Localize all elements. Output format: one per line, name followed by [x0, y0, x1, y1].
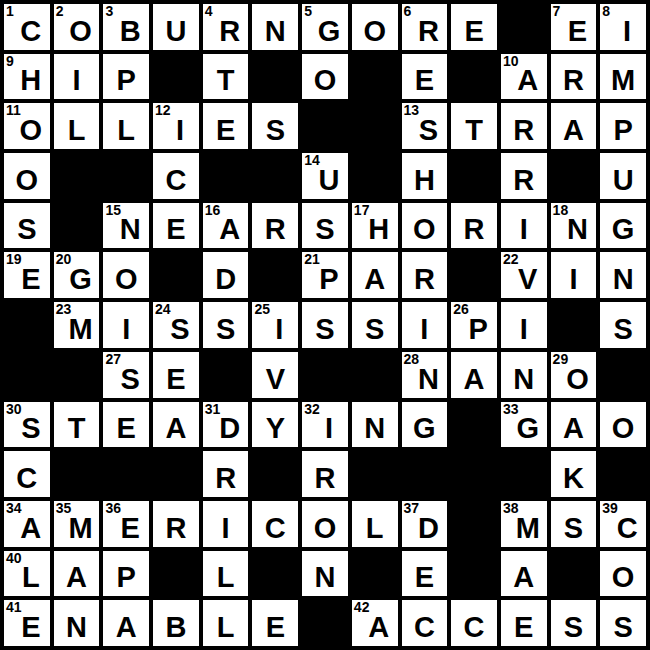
cell-letter: D	[203, 414, 249, 443]
cell-r11c13[interactable]: 39C	[598, 499, 648, 549]
cell-r2c12[interactable]: R	[549, 52, 599, 102]
cell-r6c8[interactable]: A	[350, 250, 400, 300]
block-cell-r10c13	[598, 449, 648, 499]
cell-letter: O	[600, 414, 646, 443]
block-cell-r10c9	[400, 449, 450, 499]
cell-letter: I	[551, 265, 597, 294]
cell-letter: V	[501, 265, 547, 294]
cell-letter: O	[402, 215, 448, 244]
cell-r5c9[interactable]: O	[400, 201, 450, 251]
block-cell-r8c13	[598, 350, 648, 400]
block-cell-r2c6	[250, 52, 300, 102]
cell-r1c5[interactable]: 4R	[201, 2, 251, 52]
cell-letter: S	[551, 613, 597, 642]
cell-letter: R	[203, 464, 249, 493]
cell-letter: G	[402, 414, 448, 443]
cell-letter: N	[54, 613, 100, 642]
block-cell-r10c6	[250, 449, 300, 499]
cell-letter: E	[551, 17, 597, 46]
cell-letter: R	[203, 17, 249, 46]
cell-letter: A	[551, 116, 597, 145]
cell-letter: K	[551, 464, 597, 493]
cell-letter: N	[551, 215, 597, 244]
cell-r5c8[interactable]: 17H	[350, 201, 400, 251]
cell-letter: I	[54, 66, 100, 95]
cell-r12c5[interactable]: L	[201, 549, 251, 599]
cell-letter: V	[252, 365, 298, 394]
cell-letter: S	[302, 215, 348, 244]
block-cell-r10c10	[449, 449, 499, 499]
cell-letter: S	[551, 514, 597, 543]
block-cell-r8c1	[2, 350, 52, 400]
cell-r12c1[interactable]: 40L	[2, 549, 52, 599]
cell-r10c7[interactable]: R	[300, 449, 350, 499]
cell-letter: S	[600, 315, 646, 344]
cell-letter: R	[153, 514, 199, 543]
cell-letter: A	[551, 414, 597, 443]
cell-r11c5[interactable]: I	[201, 499, 251, 549]
block-cell-r7c1	[2, 300, 52, 350]
cell-letter: E	[402, 563, 448, 592]
cell-letter: P	[103, 66, 149, 95]
cell-letter: T	[203, 66, 249, 95]
cell-letter: I	[203, 514, 249, 543]
cell-r4c9[interactable]: H	[400, 151, 450, 201]
cell-letter: O	[103, 265, 149, 294]
cell-r11c6[interactable]: C	[250, 499, 300, 549]
cell-r7c5[interactable]: S	[201, 300, 251, 350]
cell-r13c6[interactable]: E	[250, 598, 300, 648]
block-cell-r10c11	[499, 449, 549, 499]
cell-letter: L	[352, 514, 398, 543]
cell-letter: O	[4, 166, 50, 195]
cell-letter: A	[54, 563, 100, 592]
cell-r9c9[interactable]: G	[400, 400, 450, 450]
cell-r4c4[interactable]: C	[151, 151, 201, 201]
cell-r11c3[interactable]: 36E	[101, 499, 151, 549]
cell-r12c13[interactable]: O	[598, 549, 648, 599]
cell-letter: E	[153, 365, 199, 394]
cell-letter: Y	[252, 414, 298, 443]
cell-r1c3[interactable]: 3B	[101, 2, 151, 52]
cell-r1c2[interactable]: 2O	[52, 2, 102, 52]
cell-letter: L	[203, 613, 249, 642]
cell-r7c3[interactable]: I	[101, 300, 151, 350]
cell-r11c9[interactable]: 37D	[400, 499, 450, 549]
cell-r3c2[interactable]: L	[52, 101, 102, 151]
cell-letter: E	[153, 215, 199, 244]
cell-r2c3[interactable]: P	[101, 52, 151, 102]
cell-letter: G	[302, 17, 348, 46]
cell-r11c12[interactable]: S	[549, 499, 599, 549]
cell-r4c11[interactable]: R	[499, 151, 549, 201]
block-cell-r2c8	[350, 52, 400, 102]
block-cell-r12c12	[549, 549, 599, 599]
cell-r8c10[interactable]: A	[449, 350, 499, 400]
cell-r12c2[interactable]: A	[52, 549, 102, 599]
cell-letter: A	[501, 66, 547, 95]
cell-letter: H	[402, 166, 448, 195]
cell-r5c12[interactable]: 18N	[549, 201, 599, 251]
block-cell-r4c10	[449, 151, 499, 201]
cell-r12c9[interactable]: E	[400, 549, 450, 599]
cell-letter: G	[54, 265, 100, 294]
cell-letter: I	[600, 17, 646, 46]
cell-letter: U	[302, 166, 348, 195]
block-cell-r7c12	[549, 300, 599, 350]
cell-letter: C	[252, 514, 298, 543]
cell-r5c7[interactable]: S	[300, 201, 350, 251]
block-cell-r5c2	[52, 201, 102, 251]
block-cell-r6c10	[449, 250, 499, 300]
cell-r5c6[interactable]: R	[250, 201, 300, 251]
cell-letter: O	[600, 563, 646, 592]
block-cell-r4c8	[350, 151, 400, 201]
cell-r6c1[interactable]: 19E	[2, 250, 52, 300]
cell-r8c12[interactable]: 29O	[549, 350, 599, 400]
cell-letter: E	[402, 66, 448, 95]
cell-r5c3[interactable]: 15N	[101, 201, 151, 251]
cell-r7c6[interactable]: 25I	[250, 300, 300, 350]
cell-letter: B	[103, 17, 149, 46]
cell-r8c6[interactable]: V	[250, 350, 300, 400]
cell-r13c1[interactable]: 41E	[2, 598, 52, 648]
cell-r9c1[interactable]: 30S	[2, 400, 52, 450]
cell-letter: S	[600, 613, 646, 642]
cell-r6c7[interactable]: 21P	[300, 250, 350, 300]
cell-letter: P	[302, 265, 348, 294]
cell-letter: O	[302, 514, 348, 543]
cell-letter: C	[451, 613, 497, 642]
cell-letter: U	[600, 166, 646, 195]
cell-r9c3[interactable]: E	[101, 400, 151, 450]
block-cell-r4c5	[201, 151, 251, 201]
block-cell-r1c11	[499, 2, 549, 52]
cell-letter: A	[203, 215, 249, 244]
cell-r3c12[interactable]: A	[549, 101, 599, 151]
cell-letter: N	[600, 265, 646, 294]
cell-r9c12[interactable]: A	[549, 400, 599, 450]
cell-r7c8[interactable]: S	[350, 300, 400, 350]
cell-letter: I	[501, 215, 547, 244]
cell-r9c6[interactable]: Y	[250, 400, 300, 450]
crossword-grid: 1C2O3BU4RN5GO6RE7E8I9HIPTOE10ARM11OLL12I…	[0, 0, 650, 650]
cell-letter: N	[501, 365, 547, 394]
cell-letter: E	[501, 613, 547, 642]
cell-r8c3[interactable]: 27S	[101, 350, 151, 400]
cell-letter: A	[153, 414, 199, 443]
cell-r2c7[interactable]: O	[300, 52, 350, 102]
cell-letter: S	[153, 315, 199, 344]
cell-r2c2[interactable]: I	[52, 52, 102, 102]
cell-r3c1[interactable]: 11O	[2, 101, 52, 151]
block-cell-r6c6	[250, 250, 300, 300]
cell-letter: I	[302, 414, 348, 443]
cell-r11c4[interactable]: R	[151, 499, 201, 549]
cell-r1c10[interactable]: E	[449, 2, 499, 52]
block-cell-r8c7	[300, 350, 350, 400]
cell-letter: R	[451, 215, 497, 244]
cell-r12c3[interactable]: P	[101, 549, 151, 599]
cell-r5c1[interactable]: S	[2, 201, 52, 251]
block-cell-r10c3	[101, 449, 151, 499]
cell-letter: N	[103, 215, 149, 244]
block-cell-r2c10	[449, 52, 499, 102]
cell-r1c6[interactable]: N	[250, 2, 300, 52]
block-cell-r10c4	[151, 449, 201, 499]
cell-letter: C	[600, 514, 646, 543]
cell-r7c9[interactable]: I	[400, 300, 450, 350]
cell-r6c12[interactable]: I	[549, 250, 599, 300]
cell-letter: I	[103, 315, 149, 344]
cell-letter: E	[4, 265, 50, 294]
cell-r1c4[interactable]: U	[151, 2, 201, 52]
cell-r9c8[interactable]: N	[350, 400, 400, 450]
cell-r13c3[interactable]: A	[101, 598, 151, 648]
cell-r13c2[interactable]: N	[52, 598, 102, 648]
cell-r6c11[interactable]: 22V	[499, 250, 549, 300]
cell-letter: R	[302, 464, 348, 493]
cell-r8c9[interactable]: 28N	[400, 350, 450, 400]
cell-letter: R	[501, 166, 547, 195]
cell-letter: E	[103, 414, 149, 443]
cell-letter: H	[352, 215, 398, 244]
cell-letter: O	[352, 17, 398, 46]
cell-letter: A	[103, 613, 149, 642]
cell-r3c13[interactable]: P	[598, 101, 648, 151]
cell-letter: L	[103, 116, 149, 145]
cell-letter: E	[451, 17, 497, 46]
cell-letter: M	[54, 514, 100, 543]
cell-r6c9[interactable]: R	[400, 250, 450, 300]
cell-r6c3[interactable]: O	[101, 250, 151, 300]
cell-letter: E	[103, 514, 149, 543]
cell-letter: S	[252, 116, 298, 145]
cell-r13c12[interactable]: S	[549, 598, 599, 648]
cell-letter: O	[4, 116, 50, 145]
cell-r3c11[interactable]: R	[499, 101, 549, 151]
cell-letter: A	[451, 365, 497, 394]
cell-r5c11[interactable]: I	[499, 201, 549, 251]
block-cell-r10c8	[350, 449, 400, 499]
cell-r5c5[interactable]: 16A	[201, 201, 251, 251]
cell-r4c1[interactable]: O	[2, 151, 52, 201]
block-cell-r4c3	[101, 151, 151, 201]
cell-letter: I	[252, 315, 298, 344]
cell-letter: T	[54, 414, 100, 443]
cell-r2c9[interactable]: E	[400, 52, 450, 102]
cell-r1c8[interactable]: O	[350, 2, 400, 52]
cell-r13c9[interactable]: C	[400, 598, 450, 648]
cell-letter: S	[103, 365, 149, 394]
cell-letter: N	[402, 365, 448, 394]
cell-letter: N	[302, 563, 348, 592]
cell-r3c4[interactable]: 12I	[151, 101, 201, 151]
cell-letter: T	[451, 116, 497, 145]
cell-r7c4[interactable]: 24S	[151, 300, 201, 350]
cell-letter: S	[352, 315, 398, 344]
cell-r10c1[interactable]: C	[2, 449, 52, 499]
cell-r11c11[interactable]: 38M	[499, 499, 549, 549]
cell-r3c3[interactable]: L	[101, 101, 151, 151]
cell-r13c5[interactable]: L	[201, 598, 251, 648]
block-cell-r9c10	[449, 400, 499, 450]
cell-r6c13[interactable]: N	[598, 250, 648, 300]
cell-r9c5[interactable]: 31D	[201, 400, 251, 450]
cell-letter: P	[103, 563, 149, 592]
cell-r13c8[interactable]: 42A	[350, 598, 400, 648]
cell-letter: R	[402, 265, 448, 294]
block-cell-r6c4	[151, 250, 201, 300]
cell-r1c1[interactable]: 1C	[2, 2, 52, 52]
cell-r13c13[interactable]: S	[598, 598, 648, 648]
cell-letter: O	[551, 365, 597, 394]
cell-r2c5[interactable]: T	[201, 52, 251, 102]
cell-letter: C	[402, 613, 448, 642]
cell-r10c12[interactable]: K	[549, 449, 599, 499]
cell-r7c11[interactable]: I	[499, 300, 549, 350]
cell-r3c9[interactable]: 13S	[400, 101, 450, 151]
cell-r1c9[interactable]: 6R	[400, 2, 450, 52]
cell-letter: G	[501, 414, 547, 443]
block-cell-r13c7	[300, 598, 350, 648]
cell-r9c4[interactable]: A	[151, 400, 201, 450]
cell-r1c7[interactable]: 5G	[300, 2, 350, 52]
cell-r7c13[interactable]: S	[598, 300, 648, 350]
cell-letter: R	[501, 116, 547, 145]
cell-letter: B	[153, 613, 199, 642]
cell-letter: C	[153, 166, 199, 195]
cell-letter: D	[402, 514, 448, 543]
cell-r5c4[interactable]: E	[151, 201, 201, 251]
block-cell-r2c4	[151, 52, 201, 102]
cell-r4c7[interactable]: 14U	[300, 151, 350, 201]
cell-r12c11[interactable]: A	[499, 549, 549, 599]
cell-letter: E	[203, 116, 249, 145]
cell-r2c13[interactable]: M	[598, 52, 648, 102]
cell-letter: S	[402, 116, 448, 145]
cell-letter: I	[153, 116, 199, 145]
cell-r8c4[interactable]: E	[151, 350, 201, 400]
cell-letter: L	[4, 563, 50, 592]
cell-r13c4[interactable]: B	[151, 598, 201, 648]
cell-r5c10[interactable]: R	[449, 201, 499, 251]
block-cell-r12c4	[151, 549, 201, 599]
cell-r1c13[interactable]: 8I	[598, 2, 648, 52]
cell-letter: A	[352, 613, 398, 642]
block-cell-r4c12	[549, 151, 599, 201]
cell-r3c5[interactable]: E	[201, 101, 251, 151]
cell-letter: R	[551, 66, 597, 95]
cell-r9c11[interactable]: 33G	[499, 400, 549, 450]
cell-letter: I	[501, 315, 547, 344]
cell-letter: C	[4, 17, 50, 46]
cell-r11c7[interactable]: O	[300, 499, 350, 549]
cell-letter: S	[302, 315, 348, 344]
cell-letter: P	[451, 315, 497, 344]
cell-letter: E	[4, 613, 50, 642]
cell-letter: S	[4, 215, 50, 244]
cell-r2c11[interactable]: 10A	[499, 52, 549, 102]
cell-letter: U	[153, 17, 199, 46]
block-cell-r4c6	[250, 151, 300, 201]
cell-r4c13[interactable]: U	[598, 151, 648, 201]
cell-r11c8[interactable]: L	[350, 499, 400, 549]
cell-r9c7[interactable]: 32I	[300, 400, 350, 450]
block-cell-r3c7	[300, 101, 350, 151]
block-cell-r4c2	[52, 151, 102, 201]
cell-letter: L	[203, 563, 249, 592]
cell-letter: M	[501, 514, 547, 543]
cell-letter: I	[402, 315, 448, 344]
cell-r13c10[interactable]: C	[449, 598, 499, 648]
cell-letter: P	[600, 116, 646, 145]
block-cell-r11c10	[449, 499, 499, 549]
cell-letter: A	[352, 265, 398, 294]
cell-letter: G	[600, 215, 646, 244]
cell-r7c7[interactable]: S	[300, 300, 350, 350]
cell-letter: N	[252, 17, 298, 46]
block-cell-r12c8	[350, 549, 400, 599]
block-cell-r10c2	[52, 449, 102, 499]
cell-letter: D	[203, 265, 249, 294]
cell-letter: A	[4, 514, 50, 543]
block-cell-r3c8	[350, 101, 400, 151]
cell-letter: S	[4, 414, 50, 443]
cell-letter: M	[600, 66, 646, 95]
cell-r1c12[interactable]: 7E	[549, 2, 599, 52]
cell-letter: R	[402, 17, 448, 46]
cell-r6c2[interactable]: 20G	[52, 250, 102, 300]
block-cell-r8c5	[201, 350, 251, 400]
cell-r13c11[interactable]: E	[499, 598, 549, 648]
cell-r6c5[interactable]: D	[201, 250, 251, 300]
cell-letter: R	[252, 215, 298, 244]
cell-r11c2[interactable]: 35M	[52, 499, 102, 549]
cell-r9c2[interactable]: T	[52, 400, 102, 450]
block-cell-r8c2	[52, 350, 102, 400]
cell-r12c7[interactable]: N	[300, 549, 350, 599]
cell-letter: A	[501, 563, 547, 592]
cell-r3c6[interactable]: S	[250, 101, 300, 151]
cell-r9c13[interactable]: O	[598, 400, 648, 450]
block-cell-r12c6	[250, 549, 300, 599]
cell-letter: S	[203, 315, 249, 344]
cell-r8c11[interactable]: N	[499, 350, 549, 400]
cell-r2c1[interactable]: 9H	[2, 52, 52, 102]
cell-r10c5[interactable]: R	[201, 449, 251, 499]
cell-letter: H	[4, 66, 50, 95]
cell-r3c10[interactable]: T	[449, 101, 499, 151]
cell-letter: L	[54, 116, 100, 145]
block-cell-r8c8	[350, 350, 400, 400]
cell-r7c10[interactable]: 26P	[449, 300, 499, 350]
cell-letter: O	[302, 66, 348, 95]
cell-letter: E	[252, 613, 298, 642]
cell-letter: C	[4, 464, 50, 493]
cell-r5c13[interactable]: G	[598, 201, 648, 251]
cell-r11c1[interactable]: 34A	[2, 499, 52, 549]
cell-letter: M	[54, 315, 100, 344]
cell-r7c2[interactable]: 23M	[52, 300, 102, 350]
cell-letter: O	[54, 17, 100, 46]
cell-letter: N	[352, 414, 398, 443]
block-cell-r12c10	[449, 549, 499, 599]
